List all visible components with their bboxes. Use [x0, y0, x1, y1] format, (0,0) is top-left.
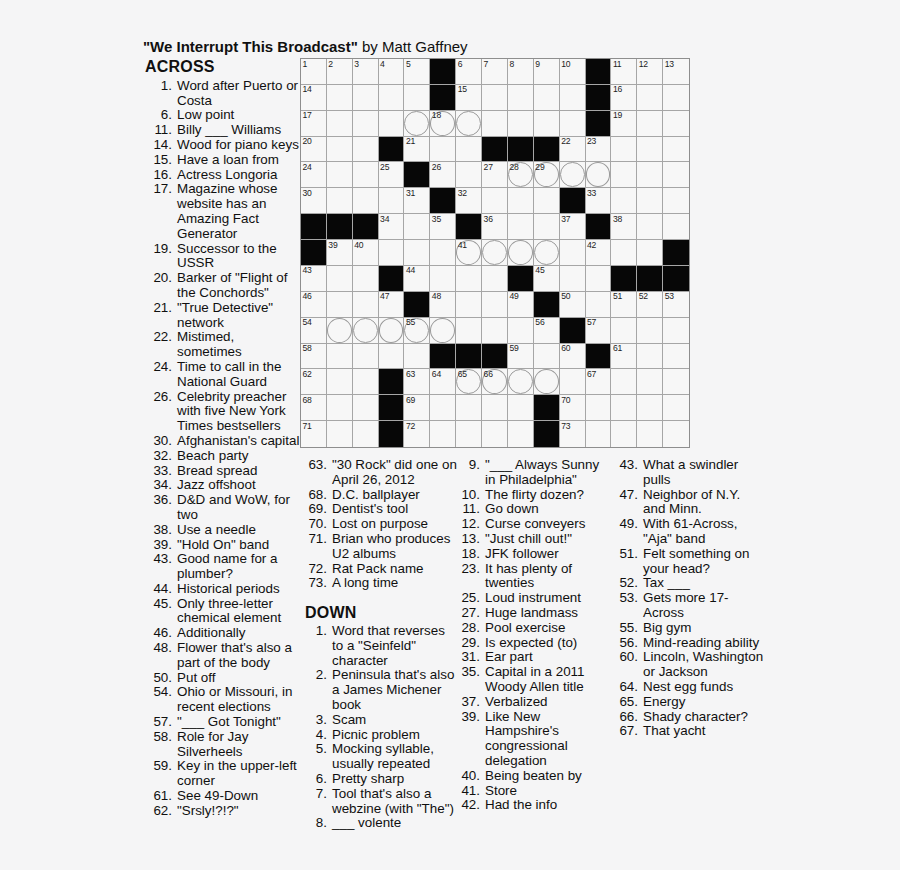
cell-r11c12[interactable]: 57: [586, 318, 612, 344]
cell-r10c7[interactable]: [456, 292, 482, 318]
cell-r2c15[interactable]: [663, 85, 689, 111]
cell-r13c7[interactable]: 65: [456, 369, 482, 395]
cell-r13c10[interactable]: [534, 369, 560, 395]
clue-text: Ear part: [485, 650, 602, 665]
cell-r2c10[interactable]: [534, 85, 560, 111]
clue-text: D&D and WoW, for two: [177, 493, 300, 523]
cell-number: 5: [406, 60, 411, 69]
cell-r12c4[interactable]: [379, 344, 405, 370]
circle-marker: [534, 369, 559, 394]
cell-number: 53: [665, 292, 674, 301]
cell-r3c14[interactable]: [637, 111, 663, 137]
clue-number: 42.: [458, 798, 480, 813]
black-cell-r7c7: [456, 214, 482, 240]
black-cell-r15c4: [379, 421, 405, 447]
cell-r15c12[interactable]: [586, 421, 612, 447]
cell-r11c5[interactable]: 55: [404, 318, 430, 344]
black-cell-r4c8: [482, 137, 508, 163]
cell-r5c14[interactable]: [637, 162, 663, 188]
cell-r12c3[interactable]: [353, 344, 379, 370]
cell-r3c5[interactable]: [404, 111, 430, 137]
cell-r13c13[interactable]: [611, 369, 637, 395]
cell-r3c7[interactable]: [456, 111, 482, 137]
cell-r11c13[interactable]: [611, 318, 637, 344]
clue-number: 20.: [145, 271, 172, 301]
clue-text: Dentist's tool: [332, 502, 458, 517]
clue-text: Mocking syllable, usually repeated: [332, 742, 458, 772]
cell-r13c9[interactable]: [508, 369, 534, 395]
cell-r3c4[interactable]: [379, 111, 405, 137]
cell-r15c9[interactable]: [508, 421, 534, 447]
clue-down-23: 23.It has plenty of twenties: [458, 562, 605, 592]
puzzle-title: "We Interrupt This Broadcast": [143, 38, 358, 55]
cell-r6c14[interactable]: [637, 188, 663, 214]
cell-r2c5[interactable]: [404, 85, 430, 111]
clue-text: Loud instrument: [485, 591, 602, 606]
cell-r10c9[interactable]: 49: [508, 292, 534, 318]
cell-r6c12[interactable]: 33: [586, 188, 612, 214]
cell-r15c8[interactable]: [482, 421, 508, 447]
clue-text: Wood for piano keys: [177, 138, 300, 153]
cell-r13c2[interactable]: [327, 369, 353, 395]
cell-r14c6[interactable]: [430, 395, 456, 421]
cell-number: 54: [303, 318, 312, 327]
cell-r5c15[interactable]: [663, 162, 689, 188]
cell-number: 55: [406, 318, 415, 327]
cell-r8c3[interactable]: 40: [353, 240, 379, 266]
clue-across-73: 73.A long time: [305, 576, 462, 591]
clue-text: Picnic problem: [332, 728, 458, 743]
cell-r6c7[interactable]: 32: [456, 188, 482, 214]
cell-r9c6[interactable]: [430, 266, 456, 292]
cell-r11c15[interactable]: [663, 318, 689, 344]
cell-r4c15[interactable]: [663, 137, 689, 163]
clue-number: 9.: [458, 458, 480, 488]
cell-r1c5[interactable]: 5: [404, 59, 430, 85]
cell-r5c7[interactable]: [456, 162, 482, 188]
cell-r10c6[interactable]: 48: [430, 292, 456, 318]
cell-r3c11[interactable]: [560, 111, 586, 137]
clue-text: Billy ___ Williams: [177, 123, 300, 138]
black-cell-r8c1: [301, 240, 327, 266]
cell-r5c4[interactable]: 25: [379, 162, 405, 188]
cell-r3c10[interactable]: [534, 111, 560, 137]
clue-text: Flower that's also a part of the body: [177, 641, 300, 671]
clue-text: "Srsly!?!?": [177, 804, 300, 819]
cell-r13c11[interactable]: [560, 369, 586, 395]
cell-r3c6[interactable]: 18: [430, 111, 456, 137]
cell-number: 13: [665, 60, 674, 69]
cell-r4c11[interactable]: 22: [560, 137, 586, 163]
black-cell-r3c12: [586, 111, 612, 137]
cell-r8c7[interactable]: 41: [456, 240, 482, 266]
cell-r8c4[interactable]: [379, 240, 405, 266]
cell-number: 59: [509, 344, 518, 353]
cell-r3c9[interactable]: [508, 111, 534, 137]
black-cell-r11c11: [560, 318, 586, 344]
clue-text: Historical periods: [177, 582, 300, 597]
cell-r10c4[interactable]: 47: [379, 292, 405, 318]
cell-r8c11[interactable]: [560, 240, 586, 266]
clue-number: 15.: [145, 153, 172, 168]
cell-r14c8[interactable]: [482, 395, 508, 421]
cell-r13c15[interactable]: [663, 369, 689, 395]
clue-number: 57.: [145, 715, 172, 730]
cell-r11c6[interactable]: [430, 318, 456, 344]
cell-r5c3[interactable]: [353, 162, 379, 188]
clue-number: 39.: [458, 710, 480, 769]
clue-down-64: 64.Nest egg funds: [614, 680, 767, 695]
cell-r15c7[interactable]: [456, 421, 482, 447]
cell-r11c4[interactable]: [379, 318, 405, 344]
cell-r14c5[interactable]: 69: [404, 395, 430, 421]
clue-text: Lincoln, Washington or Jackson: [643, 650, 765, 680]
cell-r1c2[interactable]: 2: [327, 59, 353, 85]
clue-across-63: 63."30 Rock" did one on April 26, 2012: [305, 458, 462, 488]
clue-down-7: 7.Tool that's also a webzine (with "The"…: [305, 787, 462, 817]
cell-r14c15[interactable]: [663, 395, 689, 421]
cell-r15c13[interactable]: [611, 421, 637, 447]
clue-across-54: 54.Ohio or Missouri, in recent elections: [145, 685, 303, 715]
cell-r9c5[interactable]: 44: [404, 266, 430, 292]
cell-r1c15[interactable]: 13: [663, 59, 689, 85]
cell-r12c1[interactable]: 58: [301, 344, 327, 370]
cell-r8c5[interactable]: [404, 240, 430, 266]
cell-r1c9[interactable]: 8: [508, 59, 534, 85]
cell-r3c2[interactable]: [327, 111, 353, 137]
cell-r7c6[interactable]: 35: [430, 214, 456, 240]
cell-number: 2: [328, 60, 333, 69]
cell-r10c8[interactable]: [482, 292, 508, 318]
cell-number: 34: [380, 215, 389, 224]
cell-r4c7[interactable]: [456, 137, 482, 163]
cell-r1c14[interactable]: 12: [637, 59, 663, 85]
cell-r9c8[interactable]: [482, 266, 508, 292]
clue-text: Have a loan from: [177, 153, 300, 168]
cell-number: 8: [509, 60, 514, 69]
cell-r2c8[interactable]: [482, 85, 508, 111]
clue-text: Ohio or Missouri, in recent elections: [177, 685, 300, 715]
cell-r5c1[interactable]: 24: [301, 162, 327, 188]
across-header: ACROSS: [145, 60, 303, 75]
clue-text: The flirty dozen?: [485, 488, 602, 503]
cell-number: 60: [561, 344, 570, 353]
cell-r3c3[interactable]: [353, 111, 379, 137]
clue-number: 71.: [305, 532, 327, 562]
cell-r15c1[interactable]: 71: [301, 421, 327, 447]
cell-r14c7[interactable]: [456, 395, 482, 421]
cell-r6c9[interactable]: [508, 188, 534, 214]
clue-across-20: 20.Barker of "Flight of the Conchords": [145, 271, 303, 301]
clue-number: 3.: [305, 713, 327, 728]
clue-number: 17.: [145, 182, 172, 241]
clue-number: 54.: [145, 685, 172, 715]
cell-r10c3[interactable]: [353, 292, 379, 318]
clue-across-69: 69.Dentist's tool: [305, 502, 462, 517]
cell-r8c13[interactable]: [611, 240, 637, 266]
clue-across-6: 6.Low point: [145, 108, 303, 123]
clue-number: 1.: [305, 624, 327, 668]
cell-r8c10[interactable]: [534, 240, 560, 266]
cell-r5c6[interactable]: 26: [430, 162, 456, 188]
black-cell-r6c11: [560, 188, 586, 214]
cell-r1c3[interactable]: 3: [353, 59, 379, 85]
cell-r10c11[interactable]: 50: [560, 292, 586, 318]
cell-r7c11[interactable]: 37: [560, 214, 586, 240]
clue-text: Big gym: [643, 621, 765, 636]
cell-r4c12[interactable]: 23: [586, 137, 612, 163]
cell-r2c2[interactable]: [327, 85, 353, 111]
cell-number: 16: [613, 85, 622, 94]
cell-r7c15[interactable]: [663, 214, 689, 240]
clue-number: 63.: [305, 458, 327, 488]
cell-r7c14[interactable]: [637, 214, 663, 240]
cell-r1c13[interactable]: 11: [611, 59, 637, 85]
cell-r5c10[interactable]: 29: [534, 162, 560, 188]
cell-number: 70: [561, 396, 570, 405]
cell-r11c2[interactable]: [327, 318, 353, 344]
cell-r12c13[interactable]: 61: [611, 344, 637, 370]
cell-number: 40: [354, 241, 363, 250]
clue-text: Low point: [177, 108, 300, 123]
cell-r8c6[interactable]: [430, 240, 456, 266]
cell-r4c5[interactable]: 21: [404, 137, 430, 163]
cell-r7c5[interactable]: [404, 214, 430, 240]
cell-r5c13[interactable]: [611, 162, 637, 188]
cell-r7c13[interactable]: 38: [611, 214, 637, 240]
clue-text: Go down: [485, 502, 602, 517]
cell-r7c8[interactable]: 36: [482, 214, 508, 240]
clue-down-8: 8.___ volente: [305, 816, 462, 831]
cell-r2c3[interactable]: [353, 85, 379, 111]
cell-r15c11[interactable]: 73: [560, 421, 586, 447]
cell-r14c1[interactable]: 68: [301, 395, 327, 421]
cell-r8c12[interactable]: 42: [586, 240, 612, 266]
clue-number: 12.: [458, 517, 480, 532]
clue-across-45: 45.Only three-letter chemical element: [145, 597, 303, 627]
cell-r1c4[interactable]: 4: [379, 59, 405, 85]
cell-r14c14[interactable]: [637, 395, 663, 421]
clue-number: 11.: [145, 123, 172, 138]
cell-r7c4[interactable]: 34: [379, 214, 405, 240]
crossword-page: { "game": "crossword", "page": { "title"…: [0, 0, 900, 870]
cell-r11c7[interactable]: [456, 318, 482, 344]
cell-r10c15[interactable]: 53: [663, 292, 689, 318]
cell-r15c14[interactable]: [637, 421, 663, 447]
cell-r10c14[interactable]: 52: [637, 292, 663, 318]
cell-r3c13[interactable]: 19: [611, 111, 637, 137]
cell-r13c1[interactable]: 62: [301, 369, 327, 395]
cell-r13c3[interactable]: [353, 369, 379, 395]
cell-r9c12[interactable]: [586, 266, 612, 292]
cell-r15c6[interactable]: [430, 421, 456, 447]
black-cell-r4c9: [508, 137, 534, 163]
cell-r15c15[interactable]: [663, 421, 689, 447]
cell-r10c1[interactable]: 46: [301, 292, 327, 318]
clue-number: 22.: [145, 330, 172, 360]
cell-r2c13[interactable]: 16: [611, 85, 637, 111]
cell-r4c3[interactable]: [353, 137, 379, 163]
cell-r11c8[interactable]: [482, 318, 508, 344]
clue-across-19: 19.Successor to the USSR: [145, 242, 303, 272]
cell-r12c5[interactable]: [404, 344, 430, 370]
clue-across-32: 32.Beach party: [145, 449, 303, 464]
cell-r12c9[interactable]: 59: [508, 344, 534, 370]
cell-r14c12[interactable]: [586, 395, 612, 421]
cell-r9c3[interactable]: [353, 266, 379, 292]
clue-across-68: 68.D.C. ballplayer: [305, 488, 462, 503]
black-cell-r4c4: [379, 137, 405, 163]
clue-number: 4.: [305, 728, 327, 743]
cell-r14c13[interactable]: [611, 395, 637, 421]
cell-r5c12[interactable]: [586, 162, 612, 188]
cell-r8c8[interactable]: [482, 240, 508, 266]
cell-r6c2[interactable]: [327, 188, 353, 214]
cell-r3c15[interactable]: [663, 111, 689, 137]
cell-r1c7[interactable]: 6: [456, 59, 482, 85]
cell-r5c8[interactable]: 27: [482, 162, 508, 188]
cell-r12c15[interactable]: [663, 344, 689, 370]
circle-marker: [560, 162, 585, 187]
clue-down-13: 13."Just chill out!": [458, 532, 605, 547]
cell-r2c14[interactable]: [637, 85, 663, 111]
cell-r13c6[interactable]: 64: [430, 369, 456, 395]
cell-number: 18: [432, 111, 441, 120]
cell-r6c3[interactable]: [353, 188, 379, 214]
cell-r11c3[interactable]: [353, 318, 379, 344]
cell-r12c10[interactable]: [534, 344, 560, 370]
clue-text: Tax ___: [643, 576, 765, 591]
cell-r6c15[interactable]: [663, 188, 689, 214]
cell-r4c6[interactable]: [430, 137, 456, 163]
cell-number: 38: [613, 215, 622, 224]
cell-number: 46: [303, 292, 312, 301]
cell-r14c3[interactable]: [353, 395, 379, 421]
cell-r5c11[interactable]: [560, 162, 586, 188]
cell-r13c12[interactable]: 67: [586, 369, 612, 395]
cell-r15c5[interactable]: 72: [404, 421, 430, 447]
circle-marker: [534, 240, 559, 265]
cell-r2c4[interactable]: [379, 85, 405, 111]
clue-text: Additionally: [177, 626, 300, 641]
cell-r6c13[interactable]: [611, 188, 637, 214]
clue-text: Word that reverses to a "Seinfeld" chara…: [332, 624, 458, 668]
cell-r6c8[interactable]: [482, 188, 508, 214]
cell-r9c2[interactable]: [327, 266, 353, 292]
clue-number: 5.: [305, 742, 327, 772]
cell-r14c9[interactable]: [508, 395, 534, 421]
cell-r10c13[interactable]: 51: [611, 292, 637, 318]
cell-r11c10[interactable]: 56: [534, 318, 560, 344]
clue-across-36: 36.D&D and WoW, for two: [145, 493, 303, 523]
clue-text: Gets more 17-Across: [643, 591, 765, 621]
clue-number: 65.: [614, 695, 638, 710]
cell-r14c11[interactable]: 70: [560, 395, 586, 421]
clue-number: 41.: [458, 784, 480, 799]
cell-r15c2[interactable]: [327, 421, 353, 447]
cell-r5c2[interactable]: [327, 162, 353, 188]
clue-text: "30 Rock" did one on April 26, 2012: [332, 458, 458, 488]
clue-number: 61.: [145, 789, 172, 804]
cell-r2c7[interactable]: 15: [456, 85, 482, 111]
cell-r9c7[interactable]: [456, 266, 482, 292]
cell-r1c11[interactable]: 10: [560, 59, 586, 85]
cell-r8c14[interactable]: [637, 240, 663, 266]
clue-across-26: 26.Celebrity preacher with five New York…: [145, 390, 303, 434]
cell-r3c8[interactable]: [482, 111, 508, 137]
cell-number: 39: [328, 241, 337, 250]
clue-number: 46.: [145, 626, 172, 641]
cell-r5c9[interactable]: 28: [508, 162, 534, 188]
cell-r4c14[interactable]: [637, 137, 663, 163]
black-cell-r4c10: [534, 137, 560, 163]
cell-r2c1[interactable]: 14: [301, 85, 327, 111]
cell-r6c1[interactable]: 30: [301, 188, 327, 214]
cell-r1c1[interactable]: 1: [301, 59, 327, 85]
cell-r8c9[interactable]: [508, 240, 534, 266]
cell-r12c2[interactable]: [327, 344, 353, 370]
across-clues-list-continued: 63."30 Rock" did one on April 26, 201268…: [305, 458, 462, 591]
cell-r2c9[interactable]: [508, 85, 534, 111]
cell-number: 66: [484, 370, 493, 379]
cell-r12c14[interactable]: [637, 344, 663, 370]
cell-number: 11: [613, 60, 622, 69]
cell-r6c10[interactable]: [534, 188, 560, 214]
cell-r11c1[interactable]: 54: [301, 318, 327, 344]
cell-r10c12[interactable]: [586, 292, 612, 318]
cell-number: 41: [458, 241, 467, 250]
cell-r3c1[interactable]: 17: [301, 111, 327, 137]
cell-r13c5[interactable]: 63: [404, 369, 430, 395]
cell-r13c14[interactable]: [637, 369, 663, 395]
cell-r6c4[interactable]: [379, 188, 405, 214]
cell-r11c9[interactable]: [508, 318, 534, 344]
cell-r4c13[interactable]: [611, 137, 637, 163]
cell-r6c5[interactable]: 31: [404, 188, 430, 214]
clue-number: 45.: [145, 597, 172, 627]
cell-r15c3[interactable]: [353, 421, 379, 447]
cell-r1c8[interactable]: 7: [482, 59, 508, 85]
cell-r8c2[interactable]: 39: [327, 240, 353, 266]
cell-r9c1[interactable]: 43: [301, 266, 327, 292]
cell-number: 27: [484, 163, 493, 172]
cell-r13c8[interactable]: 66: [482, 369, 508, 395]
cell-r4c1[interactable]: 20: [301, 137, 327, 163]
clue-across-59: 59.Key in the upper-left corner: [145, 759, 303, 789]
cell-r2c11[interactable]: [560, 85, 586, 111]
cell-r12c11[interactable]: 60: [560, 344, 586, 370]
clue-text: Energy: [643, 695, 765, 710]
cell-number: 14: [303, 85, 312, 94]
cell-r4c2[interactable]: [327, 137, 353, 163]
cell-r11c14[interactable]: [637, 318, 663, 344]
cell-number: 29: [535, 163, 544, 172]
cell-r1c10[interactable]: 9: [534, 59, 560, 85]
circle-marker: [404, 111, 429, 136]
cell-r7c9[interactable]: [508, 214, 534, 240]
cell-r10c2[interactable]: [327, 292, 353, 318]
clue-number: 6.: [305, 772, 327, 787]
clue-across-16: 16.Actress Longoria: [145, 168, 303, 183]
black-cell-r7c12: [586, 214, 612, 240]
cell-r7c10[interactable]: [534, 214, 560, 240]
cell-r14c2[interactable]: [327, 395, 353, 421]
clue-down-9: 9."___ Always Sunny in Philadelphia": [458, 458, 605, 488]
circle-marker: [508, 240, 533, 265]
cell-number: 24: [303, 163, 312, 172]
cell-r9c11[interactable]: [560, 266, 586, 292]
cell-r9c10[interactable]: 45: [534, 266, 560, 292]
